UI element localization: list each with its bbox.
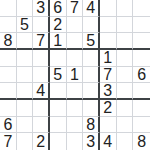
cell-r7c5-empty[interactable] [67, 100, 84, 117]
cell-r8c2-empty[interactable] [17, 117, 34, 134]
cell-r7c9-empty[interactable] [133, 100, 150, 117]
cell-r9c4-empty[interactable] [50, 133, 67, 150]
cell-r3c2-empty[interactable] [17, 33, 34, 50]
cell-r7c1-empty[interactable] [0, 100, 17, 117]
cell-r1c9-empty[interactable] [133, 0, 150, 17]
cell-r9c3-given[interactable]: 2 [33, 133, 50, 150]
cell-r9c2-empty[interactable] [17, 133, 34, 150]
cell-r9c8-empty[interactable] [117, 133, 134, 150]
cell-r2c7-empty[interactable] [100, 17, 117, 34]
cell-r5c8-empty[interactable] [117, 67, 134, 84]
cell-r4c8-empty[interactable] [117, 50, 134, 67]
cell-r7c4-empty[interactable] [50, 100, 67, 117]
cell-r4c3-empty[interactable] [33, 50, 50, 67]
cell-r2c6-empty[interactable] [83, 17, 100, 34]
cell-r1c8-empty[interactable] [117, 0, 134, 17]
cell-r8c4-empty[interactable] [50, 117, 67, 134]
cell-r1c1-empty[interactable] [0, 0, 17, 17]
cell-r2c5-empty[interactable] [67, 17, 84, 34]
cell-r2c9-empty[interactable] [133, 17, 150, 34]
cell-r6c6-empty[interactable] [83, 83, 100, 100]
cell-r2c2-given[interactable]: 5 [17, 17, 34, 34]
cell-r6c7-given[interactable]: 3 [100, 83, 117, 100]
cell-r8c7-empty[interactable] [100, 117, 117, 134]
cell-r1c2-empty[interactable] [17, 0, 34, 17]
cell-r4c9-empty[interactable] [133, 50, 150, 67]
cell-r1c7-empty[interactable] [100, 0, 117, 17]
cell-r9c5-empty[interactable] [67, 133, 84, 150]
cell-r6c2-empty[interactable] [17, 83, 34, 100]
cell-r4c6-empty[interactable] [83, 50, 100, 67]
cell-r6c3-given[interactable]: 4 [33, 83, 50, 100]
cell-r9c7-given[interactable]: 4 [100, 133, 117, 150]
cell-r3c4-given[interactable]: 1 [50, 33, 67, 50]
cell-r8c8-empty[interactable] [117, 117, 134, 134]
cell-r6c8-empty[interactable] [117, 83, 134, 100]
cell-r5c4-given[interactable]: 5 [50, 67, 67, 84]
sudoku-board: 3674528715151764326872348 [0, 0, 150, 150]
cell-r6c9-empty[interactable] [133, 83, 150, 100]
cell-r8c9-empty[interactable] [133, 117, 150, 134]
cell-r4c2-empty[interactable] [17, 50, 34, 67]
cell-r5c2-empty[interactable] [17, 67, 34, 84]
cell-r8c6-given[interactable]: 8 [83, 117, 100, 134]
cell-r7c8-empty[interactable] [117, 100, 134, 117]
cell-r5c6-empty[interactable] [83, 67, 100, 84]
cell-r5c7-given[interactable]: 7 [100, 67, 117, 84]
cell-r9c6-given[interactable]: 3 [83, 133, 100, 150]
cell-r8c5-empty[interactable] [67, 117, 84, 134]
cell-r4c5-empty[interactable] [67, 50, 84, 67]
cell-r8c3-empty[interactable] [33, 117, 50, 134]
cell-r9c1-given[interactable]: 7 [0, 133, 17, 150]
cell-r7c3-empty[interactable] [33, 100, 50, 117]
cell-r5c1-empty[interactable] [0, 67, 17, 84]
cell-r4c1-empty[interactable] [0, 50, 17, 67]
cell-r3c8-empty[interactable] [117, 33, 134, 50]
cell-r1c3-given[interactable]: 3 [33, 0, 50, 17]
cell-r3c9-empty[interactable] [133, 33, 150, 50]
cell-r2c1-empty[interactable] [0, 17, 17, 34]
cell-r4c4-empty[interactable] [50, 50, 67, 67]
cell-r6c1-empty[interactable] [0, 83, 17, 100]
cell-r6c4-empty[interactable] [50, 83, 67, 100]
cell-r3c3-given[interactable]: 7 [33, 33, 50, 50]
cell-r1c6-given[interactable]: 4 [83, 0, 100, 17]
cell-r2c8-empty[interactable] [117, 17, 134, 34]
cell-r7c6-empty[interactable] [83, 100, 100, 117]
cell-r5c9-given[interactable]: 6 [133, 67, 150, 84]
cell-r5c5-given[interactable]: 1 [67, 67, 84, 84]
cell-r3c6-given[interactable]: 5 [83, 33, 100, 50]
cell-r2c4-given[interactable]: 2 [50, 17, 67, 34]
cell-r5c3-empty[interactable] [33, 67, 50, 84]
cell-r3c7-empty[interactable] [100, 33, 117, 50]
cell-r8c1-given[interactable]: 6 [0, 117, 17, 134]
cell-r7c7-given[interactable]: 2 [100, 100, 117, 117]
cell-r2c3-empty[interactable] [33, 17, 50, 34]
cell-r1c4-given[interactable]: 6 [50, 0, 67, 17]
cell-r6c5-empty[interactable] [67, 83, 84, 100]
cell-r4c7-given[interactable]: 1 [100, 50, 117, 67]
cell-r9c9-given[interactable]: 8 [133, 133, 150, 150]
cell-r1c5-given[interactable]: 7 [67, 0, 84, 17]
cell-r7c2-empty[interactable] [17, 100, 34, 117]
cell-r3c5-empty[interactable] [67, 33, 84, 50]
cell-r3c1-given[interactable]: 8 [0, 33, 17, 50]
